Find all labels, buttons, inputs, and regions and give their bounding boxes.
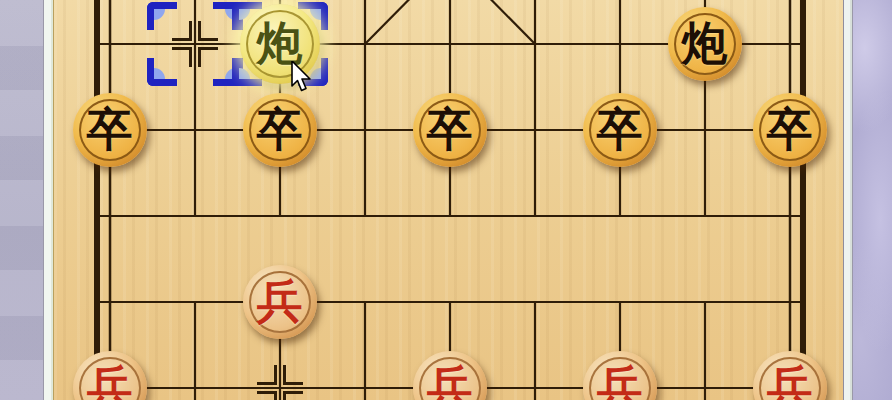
piece-glyph: 卒 (427, 106, 473, 152)
piece-glyph: 炮 (682, 20, 728, 66)
piece-glyph: 卒 (767, 106, 813, 152)
point-marker-corner (283, 365, 303, 385)
arrow-cursor-icon (291, 61, 315, 95)
point-marker-corner (257, 365, 277, 385)
xiangqi-app-window: 炮炮卒卒卒卒卒兵兵兵兵兵 (0, 0, 892, 400)
piece-black-soldier[interactable]: 卒 (413, 93, 487, 167)
piece-glyph: 兵 (597, 364, 643, 400)
move-from-marker (147, 2, 243, 86)
xiangqi-board: 炮炮卒卒卒卒卒兵兵兵兵兵 (67, 1, 832, 400)
bracket-corner (147, 2, 177, 30)
piece-glyph: 兵 (87, 364, 133, 400)
piece-black-cannon[interactable]: 炮 (668, 7, 742, 81)
piece-glyph: 兵 (767, 364, 813, 400)
piece-red-soldier[interactable]: 兵 (243, 265, 317, 339)
bracket-corner (147, 58, 177, 86)
piece-glyph: 卒 (597, 106, 643, 152)
piece-glyph: 兵 (427, 364, 473, 400)
piece-black-soldier[interactable]: 卒 (73, 93, 147, 167)
piece-glyph: 卒 (257, 106, 303, 152)
point-marker-corner (257, 391, 277, 400)
piece-red-soldier[interactable]: 兵 (413, 351, 487, 400)
point-marker (257, 365, 303, 400)
piece-red-soldier[interactable]: 兵 (73, 351, 147, 400)
piece-black-soldier[interactable]: 卒 (583, 93, 657, 167)
piece-glyph: 炮 (257, 20, 303, 66)
piece-black-soldier[interactable]: 卒 (753, 93, 827, 167)
piece-red-soldier[interactable]: 兵 (583, 351, 657, 400)
piece-glyph: 兵 (257, 278, 303, 324)
piece-glyph: 卒 (87, 106, 133, 152)
point-marker-corner (283, 391, 303, 400)
piece-black-soldier[interactable]: 卒 (243, 93, 317, 167)
piece-red-soldier[interactable]: 兵 (753, 351, 827, 400)
